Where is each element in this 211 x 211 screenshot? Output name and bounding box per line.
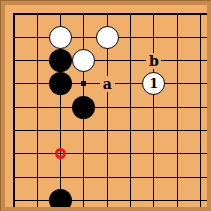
intersection-c8r3 [165, 49, 188, 72]
intersection-c2r3 [26, 49, 49, 72]
intersection-c2r4 [26, 72, 49, 95]
intersection-c8r4 [165, 72, 188, 95]
intersection-c7r8 [142, 165, 165, 188]
intersection-c2r5 [26, 96, 49, 119]
intersection-c4r2 [72, 26, 95, 49]
intersection-c9r9 [189, 189, 207, 207]
intersection-c3r5 [49, 96, 72, 119]
intersection-c1r3 [5, 49, 26, 72]
intersection-c8r5 [165, 96, 188, 119]
intersection-c6r2 [119, 26, 142, 49]
intersection-c3r9 [49, 189, 72, 207]
intersection-c1r9 [5, 189, 26, 207]
intersection-c2r8 [26, 165, 49, 188]
intersection-c8r7 [165, 142, 188, 165]
intersection-c4r9 [72, 189, 95, 207]
intersection-c7r3: b [142, 49, 165, 72]
red-circle-marker [55, 148, 66, 159]
white-stone [49, 26, 72, 49]
intersection-c3r3 [49, 49, 72, 72]
intersection-c7r5 [142, 96, 165, 119]
intersection-c6r6 [119, 119, 142, 142]
intersection-c1r7 [5, 142, 26, 165]
black-stone [49, 72, 72, 95]
intersection-c9r6 [189, 119, 207, 142]
intersection-c4r8 [72, 165, 95, 188]
intersection-c3r2 [49, 26, 72, 49]
intersection-c9r2 [189, 26, 207, 49]
stone-number-label: 1 [149, 77, 158, 90]
intersection-c9r7 [189, 142, 207, 165]
intersection-c2r6 [26, 119, 49, 142]
intersection-c2r9 [26, 189, 49, 207]
intersection-c7r9 [142, 189, 165, 207]
go-diagram: ba1 [0, 0, 211, 211]
intersection-c8r1 [165, 5, 188, 26]
intersection-c8r9 [165, 189, 188, 207]
intersection-c9r1 [189, 5, 207, 26]
black-stone [49, 189, 72, 207]
intersection-c8r2 [165, 26, 188, 49]
intersection-c7r4: 1 [142, 72, 165, 95]
intersection-c1r5 [5, 96, 26, 119]
intersection-c6r8 [119, 165, 142, 188]
intersection-c9r5 [189, 96, 207, 119]
black-stone [49, 49, 72, 72]
intersection-c5r3 [96, 49, 119, 72]
intersection-c5r2 [96, 26, 119, 49]
intersection-c3r4 [49, 72, 72, 95]
intersection-c4r3 [72, 49, 95, 72]
intersection-c4r1 [72, 5, 95, 26]
intersection-c5r5 [96, 96, 119, 119]
go-grid: ba1 [5, 5, 207, 207]
intersection-c7r2 [142, 26, 165, 49]
intersection-c1r4 [5, 72, 26, 95]
intersection-c8r8 [165, 165, 188, 188]
intersection-c9r8 [189, 165, 207, 188]
intersection-c1r1 [5, 5, 26, 26]
intersection-c3r6 [49, 119, 72, 142]
intersection-c5r7 [96, 142, 119, 165]
intersection-c6r1 [119, 5, 142, 26]
point-label-b: b [146, 53, 161, 69]
star-point [81, 81, 86, 86]
white-stone [72, 49, 95, 72]
intersection-c4r7 [72, 142, 95, 165]
intersection-c4r5 [72, 96, 95, 119]
intersection-c7r1 [142, 5, 165, 26]
intersection-c5r9 [96, 189, 119, 207]
intersection-c7r6 [142, 119, 165, 142]
intersection-c6r3 [119, 49, 142, 72]
intersection-c2r2 [26, 26, 49, 49]
white-stone [96, 26, 119, 49]
point-label-a: a [100, 76, 115, 92]
white-stone: 1 [142, 72, 165, 95]
intersection-c2r1 [26, 5, 49, 26]
intersection-c5r6 [96, 119, 119, 142]
intersection-c6r4 [119, 72, 142, 95]
go-board: ba1 [5, 5, 207, 207]
intersection-c1r6 [5, 119, 26, 142]
intersection-c3r8 [49, 165, 72, 188]
intersection-c8r6 [165, 119, 188, 142]
intersection-c3r7 [49, 142, 72, 165]
intersection-c4r6 [72, 119, 95, 142]
intersection-c9r3 [189, 49, 207, 72]
intersection-c5r1 [96, 5, 119, 26]
intersection-c7r7 [142, 142, 165, 165]
intersection-c5r8 [96, 165, 119, 188]
intersection-c9r4 [189, 72, 207, 95]
intersection-c1r8 [5, 165, 26, 188]
intersection-c6r9 [119, 189, 142, 207]
intersection-c3r1 [49, 5, 72, 26]
intersection-c1r2 [5, 26, 26, 49]
intersection-c6r5 [119, 96, 142, 119]
intersection-c4r4 [72, 72, 95, 95]
intersection-c2r7 [26, 142, 49, 165]
intersection-c5r4: a [96, 72, 119, 95]
intersection-c6r7 [119, 142, 142, 165]
black-stone [72, 96, 95, 119]
